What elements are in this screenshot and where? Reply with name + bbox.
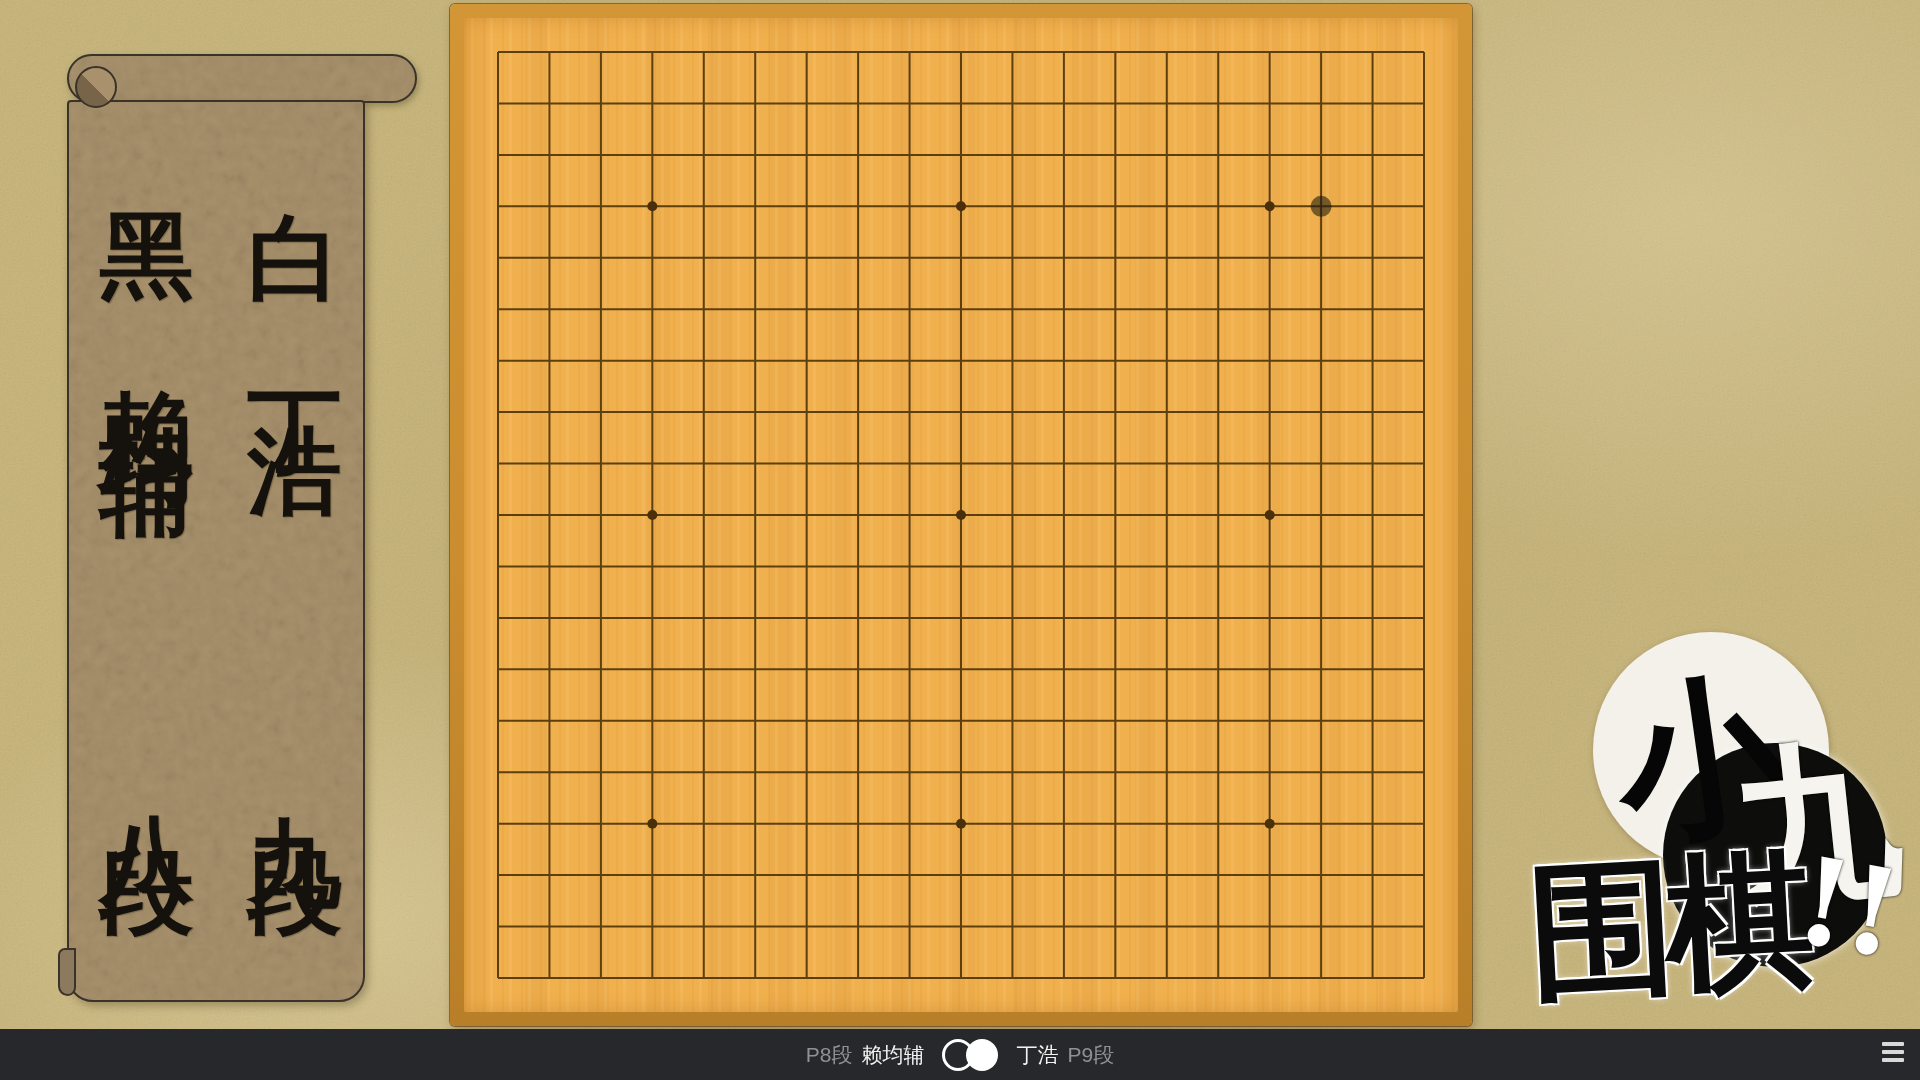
matchup-strip: P8段 赖均辅 丁浩 P9段 [0,1029,1920,1080]
go-board[interactable] [450,4,1472,1026]
white-player-rank: 九段 [249,740,343,796]
scroll-curl-bottom [58,948,76,996]
white-color-label: 白 [249,138,343,166]
white-stone-icon [966,1039,998,1071]
black-white-stones-icon [942,1037,1000,1073]
black-player-name: 赖均辅 [101,314,195,398]
go-board-surface[interactable] [464,18,1458,1012]
black-player-rank: 八段 [101,740,195,796]
scroll-top-roll [67,54,417,103]
logo-exclamation: !! [1786,829,1906,985]
black-rank-badge: P8段 [806,1041,853,1069]
bottom-bar: P8段 赖均辅 丁浩 P9段 [0,1029,1920,1080]
scroll-curl-top [75,66,117,108]
black-name-label: 赖均辅 [862,1041,925,1069]
board-grid [498,52,1424,978]
app-logo: 小 九 围棋 !! [1520,620,1920,1040]
app-stage: 黑 赖均辅 八段 白 丁浩 九段 小 九 围棋 !! P8段 赖均辅 [0,0,1920,1080]
white-name-label: 丁浩 [1017,1041,1059,1069]
logo-chars-weiqi: 围棋 [1523,821,1809,1035]
logo-char-jiu: 九 [1721,704,1912,947]
black-color-label: 黑 [101,138,195,166]
white-rank-badge: P9段 [1068,1041,1115,1069]
player-scroll: 黑 赖均辅 八段 白 丁浩 九段 [67,100,365,1002]
logo-black-stone-circle [1663,743,1887,967]
white-player-name: 丁浩 [249,320,343,376]
menu-icon[interactable] [1882,1042,1904,1067]
logo-char-xiao: 小 [1603,637,1801,885]
stone-R16 [1311,196,1332,217]
logo-white-stone-circle [1593,632,1829,868]
